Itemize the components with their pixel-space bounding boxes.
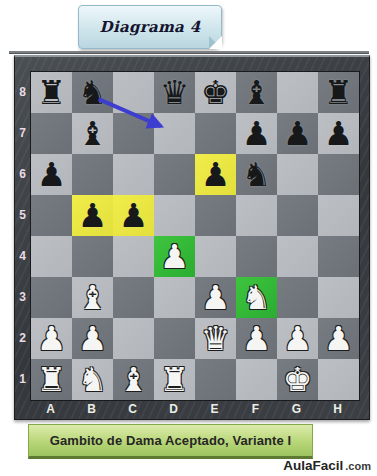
file-labels: ABCDEFGH [30, 399, 358, 419]
square-c1: ♝ [113, 359, 154, 400]
square-f4 [236, 236, 277, 277]
square-c7 [113, 113, 154, 154]
rank-label-3: 3 [15, 276, 30, 317]
piece-white-rook-a1: ♜ [37, 359, 67, 400]
piece-white-bishop-c1: ♝ [119, 359, 149, 400]
piece-black-pawn-h7: ♟ [324, 113, 354, 154]
piece-white-queen-e2: ♛ [201, 318, 231, 359]
piece-white-pawn-g2: ♟ [283, 318, 313, 359]
square-h4 [318, 236, 359, 277]
square-g6 [277, 154, 318, 195]
square-g4 [277, 236, 318, 277]
piece-white-knight-b1: ♞ [78, 359, 108, 400]
square-h6 [318, 154, 359, 195]
piece-white-rook-d1: ♜ [160, 359, 190, 400]
file-label-f: F [235, 399, 276, 419]
diagram-title: Diagrama 4 [100, 18, 201, 36]
square-a1: ♜ [31, 359, 72, 400]
file-label-h: H [317, 399, 358, 419]
square-e8: ♚ [195, 72, 236, 113]
square-h5 [318, 195, 359, 236]
square-b8: ♞ [72, 72, 113, 113]
square-a4 [31, 236, 72, 277]
square-e3: ♟ [195, 277, 236, 318]
square-h3 [318, 277, 359, 318]
file-label-e: E [194, 399, 235, 419]
square-e4 [195, 236, 236, 277]
square-d7 [154, 113, 195, 154]
square-e7 [195, 113, 236, 154]
square-e2: ♛ [195, 318, 236, 359]
piece-white-bishop-b3: ♝ [78, 277, 108, 318]
piece-white-pawn-f2: ♟ [242, 318, 272, 359]
square-h2: ♟ [318, 318, 359, 359]
file-label-a: A [30, 399, 71, 419]
rank-label-6: 6 [15, 153, 30, 194]
square-c2 [113, 318, 154, 359]
file-label-g: G [276, 399, 317, 419]
plaque-fold-corner [209, 36, 222, 49]
piece-black-queen-d8: ♛ [160, 72, 190, 113]
square-g8 [277, 72, 318, 113]
square-a6: ♟ [31, 154, 72, 195]
square-f5 [236, 195, 277, 236]
square-b6 [72, 154, 113, 195]
divider-line [9, 51, 369, 54]
piece-white-pawn-e3: ♟ [201, 277, 231, 318]
piece-black-rook-a8: ♜ [37, 72, 67, 113]
square-h8: ♜ [318, 72, 359, 113]
square-b2: ♟ [72, 318, 113, 359]
piece-black-knight-f6: ♞ [242, 154, 272, 195]
piece-black-bishop-b7: ♝ [78, 113, 108, 154]
square-f6: ♞ [236, 154, 277, 195]
square-d1: ♜ [154, 359, 195, 400]
chess-board-frame: 87654321 ♜♞♛♚♝♜♝♟♟♟♟♟♞♟♟♟♝♟♞♟♟♛♟♟♟♜♞♝♜♚ … [14, 55, 370, 420]
square-a8: ♜ [31, 72, 72, 113]
rank-label-7: 7 [15, 112, 30, 153]
file-label-c: C [112, 399, 153, 419]
file-label-d: D [153, 399, 194, 419]
rank-label-4: 4 [15, 235, 30, 276]
square-b3: ♝ [72, 277, 113, 318]
square-d5 [154, 195, 195, 236]
square-c4 [113, 236, 154, 277]
caption-text: Gambito de Dama Aceptado, Variante I [50, 433, 292, 448]
file-label-b: B [71, 399, 112, 419]
square-f1 [236, 359, 277, 400]
piece-black-rook-h8: ♜ [324, 72, 354, 113]
square-g3 [277, 277, 318, 318]
piece-black-pawn-a6: ♟ [37, 154, 67, 195]
piece-black-pawn-f7: ♟ [242, 113, 272, 154]
square-c5: ♟ [113, 195, 154, 236]
square-a5 [31, 195, 72, 236]
rank-label-5: 5 [15, 194, 30, 235]
piece-black-pawn-e6: ♟ [201, 154, 231, 195]
square-b4 [72, 236, 113, 277]
piece-black-pawn-g7: ♟ [283, 113, 313, 154]
square-e5 [195, 195, 236, 236]
piece-black-pawn-b5: ♟ [78, 195, 108, 236]
square-g1: ♚ [277, 359, 318, 400]
site-watermark: AulaFacil .com [283, 458, 371, 473]
square-g2: ♟ [277, 318, 318, 359]
square-b7: ♝ [72, 113, 113, 154]
piece-black-pawn-c5: ♟ [119, 195, 149, 236]
square-a2: ♟ [31, 318, 72, 359]
piece-white-pawn-b2: ♟ [78, 318, 108, 359]
rank-labels: 87654321 [15, 71, 30, 399]
square-g7: ♟ [277, 113, 318, 154]
diagram-title-plaque: Diagrama 4 [78, 5, 222, 49]
rank-label-8: 8 [15, 71, 30, 112]
square-d3 [154, 277, 195, 318]
square-c6 [113, 154, 154, 195]
square-h7: ♟ [318, 113, 359, 154]
board-squares: ♜♞♛♚♝♜♝♟♟♟♟♟♞♟♟♟♝♟♞♟♟♛♟♟♟♜♞♝♜♚ [30, 71, 360, 401]
rank-label-2: 2 [15, 317, 30, 358]
piece-white-knight-f3: ♞ [242, 277, 272, 318]
caption-banner: Gambito de Dama Aceptado, Variante I [28, 424, 313, 459]
square-d6 [154, 154, 195, 195]
square-h1 [318, 359, 359, 400]
square-c3 [113, 277, 154, 318]
square-b1: ♞ [72, 359, 113, 400]
square-d8: ♛ [154, 72, 195, 113]
square-c8 [113, 72, 154, 113]
square-f7: ♟ [236, 113, 277, 154]
piece-black-king-e8: ♚ [201, 72, 231, 113]
square-f3: ♞ [236, 277, 277, 318]
square-f2: ♟ [236, 318, 277, 359]
square-e6: ♟ [195, 154, 236, 195]
square-a7 [31, 113, 72, 154]
square-a3 [31, 277, 72, 318]
watermark-suffix: .com [345, 460, 371, 472]
piece-white-pawn-a2: ♟ [37, 318, 67, 359]
piece-white-pawn-d4: ♟ [160, 236, 190, 277]
piece-white-pawn-h2: ♟ [324, 318, 354, 359]
piece-white-king-g1: ♚ [283, 359, 313, 400]
watermark-brand: AulaFacil [283, 458, 343, 473]
square-g5 [277, 195, 318, 236]
piece-black-knight-b8: ♞ [78, 72, 108, 113]
rank-label-1: 1 [15, 358, 30, 399]
piece-black-bishop-f8: ♝ [242, 72, 272, 113]
square-d4: ♟ [154, 236, 195, 277]
square-e1 [195, 359, 236, 400]
square-d2 [154, 318, 195, 359]
square-f8: ♝ [236, 72, 277, 113]
square-b5: ♟ [72, 195, 113, 236]
